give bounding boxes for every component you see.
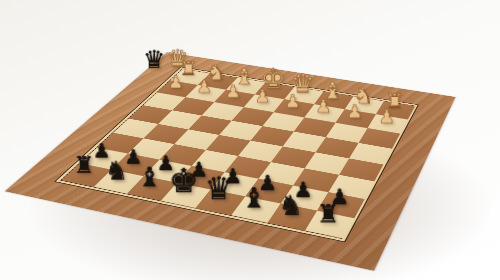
piece-white-pawn-b2[interactable]: ♟ <box>338 102 371 120</box>
piece-white-pawn-f2[interactable]: ♟ <box>217 83 248 101</box>
piece-black-bishop-c8[interactable]: ♝ <box>235 184 274 212</box>
piece-white-pawn-c2[interactable]: ♟ <box>307 97 339 115</box>
square-b5 <box>305 152 349 174</box>
piece-white-pawn-g2[interactable]: ♟ <box>189 78 220 95</box>
piece-white-pawn-d2[interactable]: ♟ <box>277 92 309 110</box>
scene: ♜♞♝♚♛♝♞♜♟♟♟♟♟♟♟♟♟♟♟♟♟♟♟♟♜♞♝♚♛♝♞♜ ♛ ♛ <box>77 0 423 280</box>
piece-black-rook-h8[interactable]: ♜ <box>66 154 102 178</box>
piece-black-rook-a8[interactable]: ♜ <box>308 202 348 228</box>
piece-white-pawn-e2[interactable]: ♟ <box>247 87 279 105</box>
piece-black-knight-g8[interactable]: ♞ <box>98 158 135 184</box>
piece-black-king-e8[interactable]: ♚ <box>165 164 203 197</box>
playing-area: ♜♞♝♚♛♝♞♜♟♟♟♟♟♟♟♟♟♟♟♟♟♟♟♟♜♞♝♚♛♝♞♜ <box>60 69 414 239</box>
extra-black-queen[interactable]: ♛ <box>139 48 169 72</box>
piece-black-knight-b8[interactable]: ♞ <box>271 192 310 220</box>
product-photo-stage: ♜♞♝♚♛♝♞♜♟♟♟♟♟♟♟♟♟♟♟♟♟♟♟♟♜♞♝♚♛♝♞♜ ♛ ♛ <box>0 0 500 280</box>
piece-black-queen-d8[interactable]: ♛ <box>200 173 238 204</box>
piece-white-pawn-h2[interactable]: ♟ <box>160 73 191 90</box>
square-a8: ♜ <box>305 211 354 239</box>
piece-black-bishop-f8[interactable]: ♝ <box>131 163 168 190</box>
piece-white-pawn-a2[interactable]: ♟ <box>370 107 403 125</box>
